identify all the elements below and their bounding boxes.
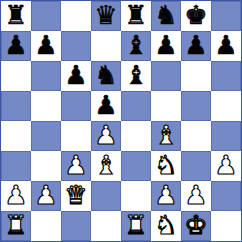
square-e3[interactable] <box>121 151 151 181</box>
square-a3[interactable] <box>1 151 31 181</box>
piece-black-knight[interactable]: ♞ <box>94 62 117 88</box>
piece-white-pawn[interactable]: ♟ <box>154 182 177 208</box>
square-a6[interactable] <box>1 61 31 91</box>
square-h2[interactable] <box>211 181 241 211</box>
piece-white-bishop[interactable]: ♝ <box>94 152 117 178</box>
piece-white-knight[interactable]: ♞ <box>154 152 177 178</box>
piece-white-pawn[interactable]: ♟ <box>64 152 87 178</box>
piece-white-knight[interactable]: ♞ <box>154 212 177 238</box>
square-b7[interactable]: ♟ <box>31 31 61 61</box>
square-e2[interactable] <box>121 181 151 211</box>
square-c7[interactable] <box>61 31 91 61</box>
square-a7[interactable]: ♟ <box>1 31 31 61</box>
square-d6[interactable]: ♞ <box>91 61 121 91</box>
square-d2[interactable] <box>91 181 121 211</box>
square-h1[interactable] <box>211 211 241 241</box>
square-g3[interactable] <box>181 151 211 181</box>
square-g2[interactable]: ♟ <box>181 181 211 211</box>
piece-black-pawn[interactable]: ♟ <box>34 32 57 58</box>
piece-white-pawn[interactable]: ♟ <box>214 152 237 178</box>
piece-white-bishop[interactable]: ♝ <box>154 122 177 148</box>
square-c2[interactable]: ♛ <box>61 181 91 211</box>
square-g5[interactable] <box>181 91 211 121</box>
piece-black-pawn[interactable]: ♟ <box>94 92 117 118</box>
piece-black-king[interactable]: ♚ <box>184 2 207 28</box>
square-d7[interactable] <box>91 31 121 61</box>
piece-white-pawn[interactable]: ♟ <box>4 182 27 208</box>
square-f7[interactable]: ♟ <box>151 31 181 61</box>
square-b3[interactable] <box>31 151 61 181</box>
square-h5[interactable] <box>211 91 241 121</box>
square-d3[interactable]: ♝ <box>91 151 121 181</box>
piece-white-pawn[interactable]: ♟ <box>184 182 207 208</box>
square-c1[interactable] <box>61 211 91 241</box>
square-g7[interactable]: ♟ <box>181 31 211 61</box>
square-d5[interactable]: ♟ <box>91 91 121 121</box>
square-e5[interactable] <box>121 91 151 121</box>
square-a4[interactable] <box>1 121 31 151</box>
piece-black-pawn[interactable]: ♟ <box>64 62 87 88</box>
piece-black-rook[interactable]: ♜ <box>124 2 147 28</box>
square-g1[interactable]: ♚ <box>181 211 211 241</box>
square-c3[interactable]: ♟ <box>61 151 91 181</box>
piece-white-rook[interactable]: ♜ <box>124 212 147 238</box>
square-h4[interactable] <box>211 121 241 151</box>
piece-white-rook[interactable]: ♜ <box>4 212 27 238</box>
square-d1[interactable] <box>91 211 121 241</box>
square-c8[interactable] <box>61 1 91 31</box>
square-c6[interactable]: ♟ <box>61 61 91 91</box>
piece-black-knight[interactable]: ♞ <box>154 2 177 28</box>
piece-white-pawn[interactable]: ♟ <box>94 122 117 148</box>
square-c4[interactable] <box>61 121 91 151</box>
square-e7[interactable]: ♝ <box>121 31 151 61</box>
piece-black-pawn[interactable]: ♟ <box>184 32 207 58</box>
square-e1[interactable]: ♜ <box>121 211 151 241</box>
piece-black-pawn[interactable]: ♟ <box>4 32 27 58</box>
square-e6[interactable]: ♝ <box>121 61 151 91</box>
square-h3[interactable]: ♟ <box>211 151 241 181</box>
square-f3[interactable]: ♞ <box>151 151 181 181</box>
square-b1[interactable] <box>31 211 61 241</box>
piece-black-pawn[interactable]: ♟ <box>214 32 237 58</box>
piece-black-bishop[interactable]: ♝ <box>124 32 147 58</box>
piece-white-pawn[interactable]: ♟ <box>34 182 57 208</box>
square-d8[interactable]: ♛ <box>91 1 121 31</box>
square-c5[interactable] <box>61 91 91 121</box>
square-h6[interactable] <box>211 61 241 91</box>
square-f5[interactable] <box>151 91 181 121</box>
piece-black-bishop[interactable]: ♝ <box>124 62 147 88</box>
piece-white-queen[interactable]: ♛ <box>64 182 87 208</box>
square-g6[interactable] <box>181 61 211 91</box>
square-f1[interactable]: ♞ <box>151 211 181 241</box>
square-b5[interactable] <box>31 91 61 121</box>
square-e8[interactable]: ♜ <box>121 1 151 31</box>
square-g8[interactable]: ♚ <box>181 1 211 31</box>
square-f4[interactable]: ♝ <box>151 121 181 151</box>
piece-black-queen[interactable]: ♛ <box>94 2 117 28</box>
square-b4[interactable] <box>31 121 61 151</box>
piece-black-pawn[interactable]: ♟ <box>154 32 177 58</box>
square-f6[interactable] <box>151 61 181 91</box>
chess-board: ♜♛♜♞♚♟♟♝♟♟♟♟♞♝♟♟♝♟♝♞♟♟♟♛♟♟♜♜♞♚ <box>0 0 242 242</box>
square-b8[interactable] <box>31 1 61 31</box>
piece-black-rook[interactable]: ♜ <box>4 2 27 28</box>
square-f2[interactable]: ♟ <box>151 181 181 211</box>
square-a1[interactable]: ♜ <box>1 211 31 241</box>
square-b6[interactable] <box>31 61 61 91</box>
square-a8[interactable]: ♜ <box>1 1 31 31</box>
square-a5[interactable] <box>1 91 31 121</box>
square-a2[interactable]: ♟ <box>1 181 31 211</box>
square-f8[interactable]: ♞ <box>151 1 181 31</box>
piece-white-king[interactable]: ♚ <box>184 212 207 238</box>
square-e4[interactable] <box>121 121 151 151</box>
square-g4[interactable] <box>181 121 211 151</box>
square-h8[interactable] <box>211 1 241 31</box>
square-d4[interactable]: ♟ <box>91 121 121 151</box>
square-b2[interactable]: ♟ <box>31 181 61 211</box>
square-h7[interactable]: ♟ <box>211 31 241 61</box>
